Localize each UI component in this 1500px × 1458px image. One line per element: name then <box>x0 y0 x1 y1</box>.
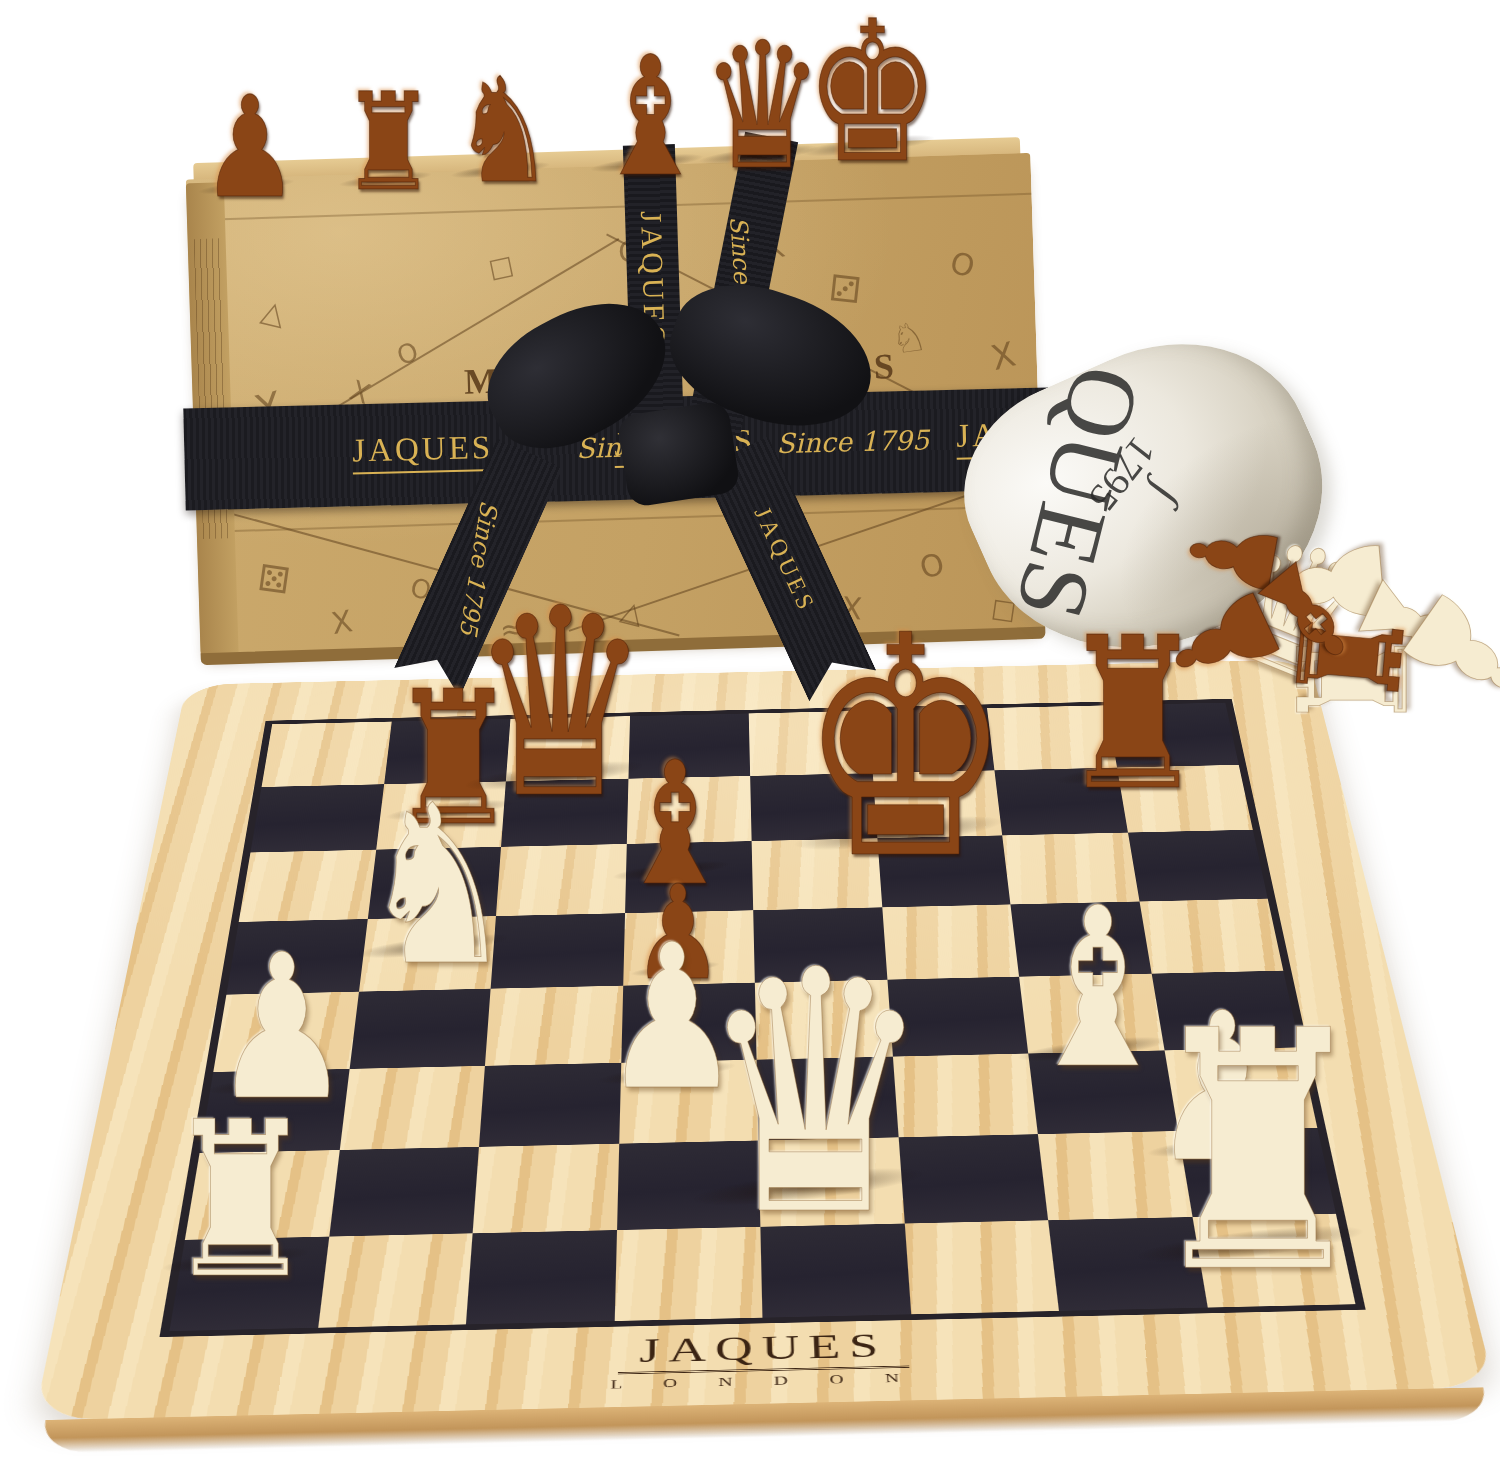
square-g7[interactable] <box>994 767 1127 835</box>
square-h8[interactable] <box>1106 703 1239 768</box>
square-g2[interactable] <box>1038 1131 1192 1220</box>
square-a6[interactable] <box>239 850 376 922</box>
square-g4[interactable] <box>1019 974 1164 1054</box>
square-g6[interactable] <box>1002 833 1139 905</box>
doodle-icon: ⚂ <box>827 267 863 311</box>
board-logo-title: JAQUES <box>618 1326 909 1375</box>
white-pawn[interactable]: ♟ <box>1371 562 1500 741</box>
square-d3[interactable] <box>619 1059 759 1143</box>
square-c1[interactable] <box>466 1230 617 1325</box>
square-f7[interactable] <box>872 770 1002 838</box>
square-a7[interactable] <box>250 784 383 852</box>
square-c8[interactable] <box>506 716 630 781</box>
square-f5[interactable] <box>882 904 1019 979</box>
white-bishop[interactable]: ♝ <box>1323 540 1500 715</box>
ribbon-brand-text: JAQUES <box>352 429 494 474</box>
square-c6[interactable] <box>496 844 626 916</box>
square-g1[interactable] <box>1048 1217 1207 1311</box>
product-photo-stage: JAQUES L O N D O N XOXO△□⚄OX⚂♘OX≈⚄XO≈△♘X… <box>0 0 1500 1458</box>
square-e7[interactable] <box>750 773 877 841</box>
square-c4[interactable] <box>485 986 623 1066</box>
square-a1[interactable] <box>169 1236 328 1331</box>
square-h3[interactable] <box>1164 1047 1317 1131</box>
square-g5[interactable] <box>1010 901 1151 976</box>
bow-tail-tagline-text: Since 1795 <box>454 499 503 638</box>
square-c3[interactable] <box>479 1062 621 1146</box>
square-b1[interactable] <box>318 1233 473 1328</box>
box-crease <box>197 505 1042 534</box>
square-d1[interactable] <box>614 1226 762 1321</box>
square-f1[interactable] <box>904 1220 1059 1314</box>
gift-box[interactable]: XOXO△□⚄OX⚂♘OX≈⚄XO≈△♘XO□ MAGNETIC CHESS J… <box>186 153 1046 657</box>
square-d6[interactable] <box>625 841 754 913</box>
square-d2[interactable] <box>617 1141 761 1230</box>
square-f6[interactable] <box>877 835 1010 907</box>
square-a4[interactable] <box>213 992 358 1072</box>
square-b8[interactable] <box>384 719 511 784</box>
doodle-icon: X <box>987 334 1019 378</box>
square-e8[interactable] <box>749 711 873 776</box>
square-c7[interactable] <box>501 778 628 846</box>
square-h2[interactable] <box>1178 1128 1336 1217</box>
square-h7[interactable] <box>1117 765 1253 833</box>
square-h4[interactable] <box>1151 971 1300 1050</box>
square-h5[interactable] <box>1139 898 1283 973</box>
square-a2[interactable] <box>185 1150 339 1239</box>
square-h1[interactable] <box>1192 1213 1356 1307</box>
board-grid[interactable] <box>169 703 1355 1331</box>
doodle-icon: O <box>916 546 948 586</box>
doodle-icon: □ <box>486 249 516 283</box>
square-e2[interactable] <box>758 1137 904 1226</box>
square-a8[interactable] <box>262 722 392 787</box>
square-f2[interactable] <box>898 1134 1048 1223</box>
doodle-icon: X <box>329 603 355 641</box>
box-crease <box>187 193 1032 222</box>
doodle-icon: O <box>946 244 978 284</box>
ribbon-tagline-text: Since 1795 <box>776 424 930 459</box>
square-b2[interactable] <box>329 1147 479 1236</box>
square-d5[interactable] <box>623 910 755 986</box>
square-e1[interactable] <box>760 1223 910 1317</box>
doodle-icon: △ <box>258 293 288 332</box>
square-e5[interactable] <box>753 907 887 983</box>
square-a5[interactable] <box>226 919 367 995</box>
square-d7[interactable] <box>626 776 751 844</box>
square-f8[interactable] <box>868 708 995 773</box>
square-b7[interactable] <box>376 781 506 849</box>
doodle-icon: ⚄ <box>256 557 293 602</box>
square-e6[interactable] <box>752 838 882 910</box>
square-f3[interactable] <box>892 1053 1037 1137</box>
square-d8[interactable] <box>628 713 750 778</box>
square-b3[interactable] <box>339 1066 485 1150</box>
square-f4[interactable] <box>887 977 1028 1057</box>
bag-script-flourish: ∫ <box>1142 474 1192 515</box>
square-b6[interactable] <box>367 847 501 919</box>
doodle-icon: O <box>393 336 422 371</box>
square-b4[interactable] <box>349 989 490 1069</box>
square-h6[interactable] <box>1127 830 1267 902</box>
square-c5[interactable] <box>491 913 625 989</box>
board-plank: JAQUES L O N D O N <box>34 659 1495 1420</box>
square-e4[interactable] <box>755 980 893 1060</box>
doodle-icon: ≈ <box>498 610 527 647</box>
square-d4[interactable] <box>621 983 757 1063</box>
bow-knot <box>616 400 741 508</box>
square-a3[interactable] <box>200 1069 350 1154</box>
square-g3[interactable] <box>1028 1050 1177 1134</box>
square-e3[interactable] <box>757 1056 899 1140</box>
square-g8[interactable] <box>987 705 1117 770</box>
square-b5[interactable] <box>358 916 495 992</box>
square-c2[interactable] <box>473 1144 619 1233</box>
